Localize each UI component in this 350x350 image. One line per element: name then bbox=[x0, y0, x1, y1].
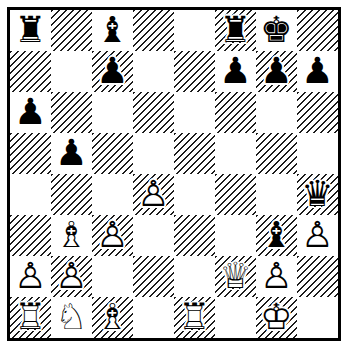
square-b8[interactable] bbox=[51, 10, 92, 51]
square-h2[interactable] bbox=[297, 256, 338, 297]
square-c7[interactable]: ♟♟ bbox=[92, 51, 133, 92]
square-b3[interactable]: ♝♗ bbox=[51, 215, 92, 256]
piece-glyph: ♟ bbox=[215, 51, 256, 92]
piece-glyph: ♟ bbox=[256, 51, 297, 92]
square-g2[interactable]: ♟♙ bbox=[256, 256, 297, 297]
square-a7[interactable] bbox=[10, 51, 51, 92]
piece-glyph: ♗ bbox=[92, 297, 133, 338]
piece-black-pawn[interactable]: ♟♟ bbox=[297, 51, 338, 92]
square-d6[interactable] bbox=[133, 92, 174, 133]
piece-glyph: ♛ bbox=[297, 174, 338, 215]
piece-black-pawn[interactable]: ♟♟ bbox=[10, 92, 51, 133]
square-f2[interactable]: ♛♕ bbox=[215, 256, 256, 297]
piece-white-pawn[interactable]: ♟♙ bbox=[10, 256, 51, 297]
square-b4[interactable] bbox=[51, 174, 92, 215]
square-b6[interactable] bbox=[51, 92, 92, 133]
square-d2[interactable] bbox=[133, 256, 174, 297]
piece-glyph: ♜ bbox=[10, 10, 51, 51]
square-g4[interactable] bbox=[256, 174, 297, 215]
piece-black-king[interactable]: ♚♚ bbox=[256, 10, 297, 51]
square-f6[interactable] bbox=[215, 92, 256, 133]
piece-black-pawn[interactable]: ♟♟ bbox=[92, 51, 133, 92]
square-g8[interactable]: ♚♚ bbox=[256, 10, 297, 51]
piece-white-bishop[interactable]: ♝♗ bbox=[92, 297, 133, 338]
piece-white-pawn[interactable]: ♟♙ bbox=[297, 215, 338, 256]
square-b2[interactable]: ♟♙ bbox=[51, 256, 92, 297]
square-c2[interactable] bbox=[92, 256, 133, 297]
square-e6[interactable] bbox=[174, 92, 215, 133]
piece-white-pawn[interactable]: ♟♙ bbox=[256, 256, 297, 297]
piece-white-rook[interactable]: ♜♖ bbox=[10, 297, 51, 338]
square-f7[interactable]: ♟♟ bbox=[215, 51, 256, 92]
piece-glyph: ♙ bbox=[297, 215, 338, 256]
piece-glyph: ♝ bbox=[256, 215, 297, 256]
piece-glyph: ♘ bbox=[51, 297, 92, 338]
piece-glyph: ♙ bbox=[51, 256, 92, 297]
piece-white-pawn[interactable]: ♟♙ bbox=[51, 256, 92, 297]
square-d7[interactable] bbox=[133, 51, 174, 92]
piece-white-knight[interactable]: ♞♘ bbox=[51, 297, 92, 338]
square-f3[interactable] bbox=[215, 215, 256, 256]
piece-white-pawn[interactable]: ♟♙ bbox=[133, 174, 174, 215]
piece-glyph: ♜ bbox=[215, 10, 256, 51]
square-f8[interactable]: ♜♜ bbox=[215, 10, 256, 51]
square-e7[interactable] bbox=[174, 51, 215, 92]
square-g5[interactable] bbox=[256, 133, 297, 174]
square-g7[interactable]: ♟♟ bbox=[256, 51, 297, 92]
square-d5[interactable] bbox=[133, 133, 174, 174]
piece-glyph: ♝ bbox=[92, 10, 133, 51]
square-b5[interactable]: ♟♟ bbox=[51, 133, 92, 174]
piece-glyph: ♟ bbox=[92, 51, 133, 92]
piece-black-queen[interactable]: ♛♛ bbox=[297, 174, 338, 215]
square-h1[interactable] bbox=[297, 297, 338, 338]
chess-board: ♜♜♝♝♜♜♚♚♟♟♟♟♟♟♟♟♟♟♟♟♟♙♛♛♝♗♟♙♝♝♟♙♟♙♟♙♛♕♟♙… bbox=[10, 10, 338, 338]
square-d1[interactable] bbox=[133, 297, 174, 338]
square-a5[interactable] bbox=[10, 133, 51, 174]
piece-black-bishop[interactable]: ♝♝ bbox=[92, 10, 133, 51]
board-frame: ♜♜♝♝♜♜♚♚♟♟♟♟♟♟♟♟♟♟♟♟♟♙♛♛♝♗♟♙♝♝♟♙♟♙♟♙♛♕♟♙… bbox=[7, 7, 341, 341]
square-h8[interactable] bbox=[297, 10, 338, 51]
piece-glyph: ♙ bbox=[10, 256, 51, 297]
square-c6[interactable] bbox=[92, 92, 133, 133]
chess-diagram: ♜♜♝♝♜♜♚♚♟♟♟♟♟♟♟♟♟♟♟♟♟♙♛♛♝♗♟♙♝♝♟♙♟♙♟♙♛♕♟♙… bbox=[0, 0, 350, 350]
square-h5[interactable] bbox=[297, 133, 338, 174]
piece-glyph: ♚ bbox=[256, 10, 297, 51]
square-h7[interactable]: ♟♟ bbox=[297, 51, 338, 92]
piece-glyph: ♟ bbox=[297, 51, 338, 92]
square-a8[interactable]: ♜♜ bbox=[10, 10, 51, 51]
piece-glyph: ♕ bbox=[215, 256, 256, 297]
square-e8[interactable] bbox=[174, 10, 215, 51]
square-d3[interactable] bbox=[133, 215, 174, 256]
square-a2[interactable]: ♟♙ bbox=[10, 256, 51, 297]
square-h4[interactable]: ♛♛ bbox=[297, 174, 338, 215]
square-c1[interactable]: ♝♗ bbox=[92, 297, 133, 338]
piece-black-rook[interactable]: ♜♜ bbox=[10, 10, 51, 51]
square-a3[interactable] bbox=[10, 215, 51, 256]
square-g1[interactable]: ♚♔ bbox=[256, 297, 297, 338]
piece-white-rook[interactable]: ♜♖ bbox=[174, 297, 215, 338]
square-h6[interactable] bbox=[297, 92, 338, 133]
piece-glyph: ♔ bbox=[256, 297, 297, 338]
piece-white-bishop[interactable]: ♝♗ bbox=[51, 215, 92, 256]
square-e5[interactable] bbox=[174, 133, 215, 174]
square-e2[interactable] bbox=[174, 256, 215, 297]
square-c4[interactable] bbox=[92, 174, 133, 215]
square-c5[interactable] bbox=[92, 133, 133, 174]
square-g3[interactable]: ♝♝ bbox=[256, 215, 297, 256]
square-e3[interactable] bbox=[174, 215, 215, 256]
piece-white-queen[interactable]: ♛♕ bbox=[215, 256, 256, 297]
square-d4[interactable]: ♟♙ bbox=[133, 174, 174, 215]
piece-glyph: ♟ bbox=[51, 133, 92, 174]
piece-glyph: ♖ bbox=[10, 297, 51, 338]
square-d8[interactable] bbox=[133, 10, 174, 51]
piece-black-bishop[interactable]: ♝♝ bbox=[256, 215, 297, 256]
piece-white-pawn[interactable]: ♟♙ bbox=[92, 215, 133, 256]
square-h3[interactable]: ♟♙ bbox=[297, 215, 338, 256]
square-f5[interactable] bbox=[215, 133, 256, 174]
piece-black-pawn[interactable]: ♟♟ bbox=[51, 133, 92, 174]
square-a4[interactable] bbox=[10, 174, 51, 215]
piece-glyph: ♙ bbox=[92, 215, 133, 256]
square-f4[interactable] bbox=[215, 174, 256, 215]
square-e1[interactable]: ♜♖ bbox=[174, 297, 215, 338]
piece-black-pawn[interactable]: ♟♟ bbox=[215, 51, 256, 92]
piece-white-king[interactable]: ♚♔ bbox=[256, 297, 297, 338]
piece-glyph: ♙ bbox=[256, 256, 297, 297]
square-b1[interactable]: ♞♘ bbox=[51, 297, 92, 338]
square-e4[interactable] bbox=[174, 174, 215, 215]
square-a6[interactable]: ♟♟ bbox=[10, 92, 51, 133]
square-a1[interactable]: ♜♖ bbox=[10, 297, 51, 338]
piece-glyph: ♟ bbox=[10, 92, 51, 133]
square-b7[interactable] bbox=[51, 51, 92, 92]
piece-glyph: ♗ bbox=[51, 215, 92, 256]
piece-glyph: ♙ bbox=[133, 174, 174, 215]
square-c3[interactable]: ♟♙ bbox=[92, 215, 133, 256]
piece-black-rook[interactable]: ♜♜ bbox=[215, 10, 256, 51]
square-c8[interactable]: ♝♝ bbox=[92, 10, 133, 51]
piece-glyph: ♖ bbox=[174, 297, 215, 338]
square-f1[interactable] bbox=[215, 297, 256, 338]
piece-black-pawn[interactable]: ♟♟ bbox=[256, 51, 297, 92]
square-g6[interactable] bbox=[256, 92, 297, 133]
